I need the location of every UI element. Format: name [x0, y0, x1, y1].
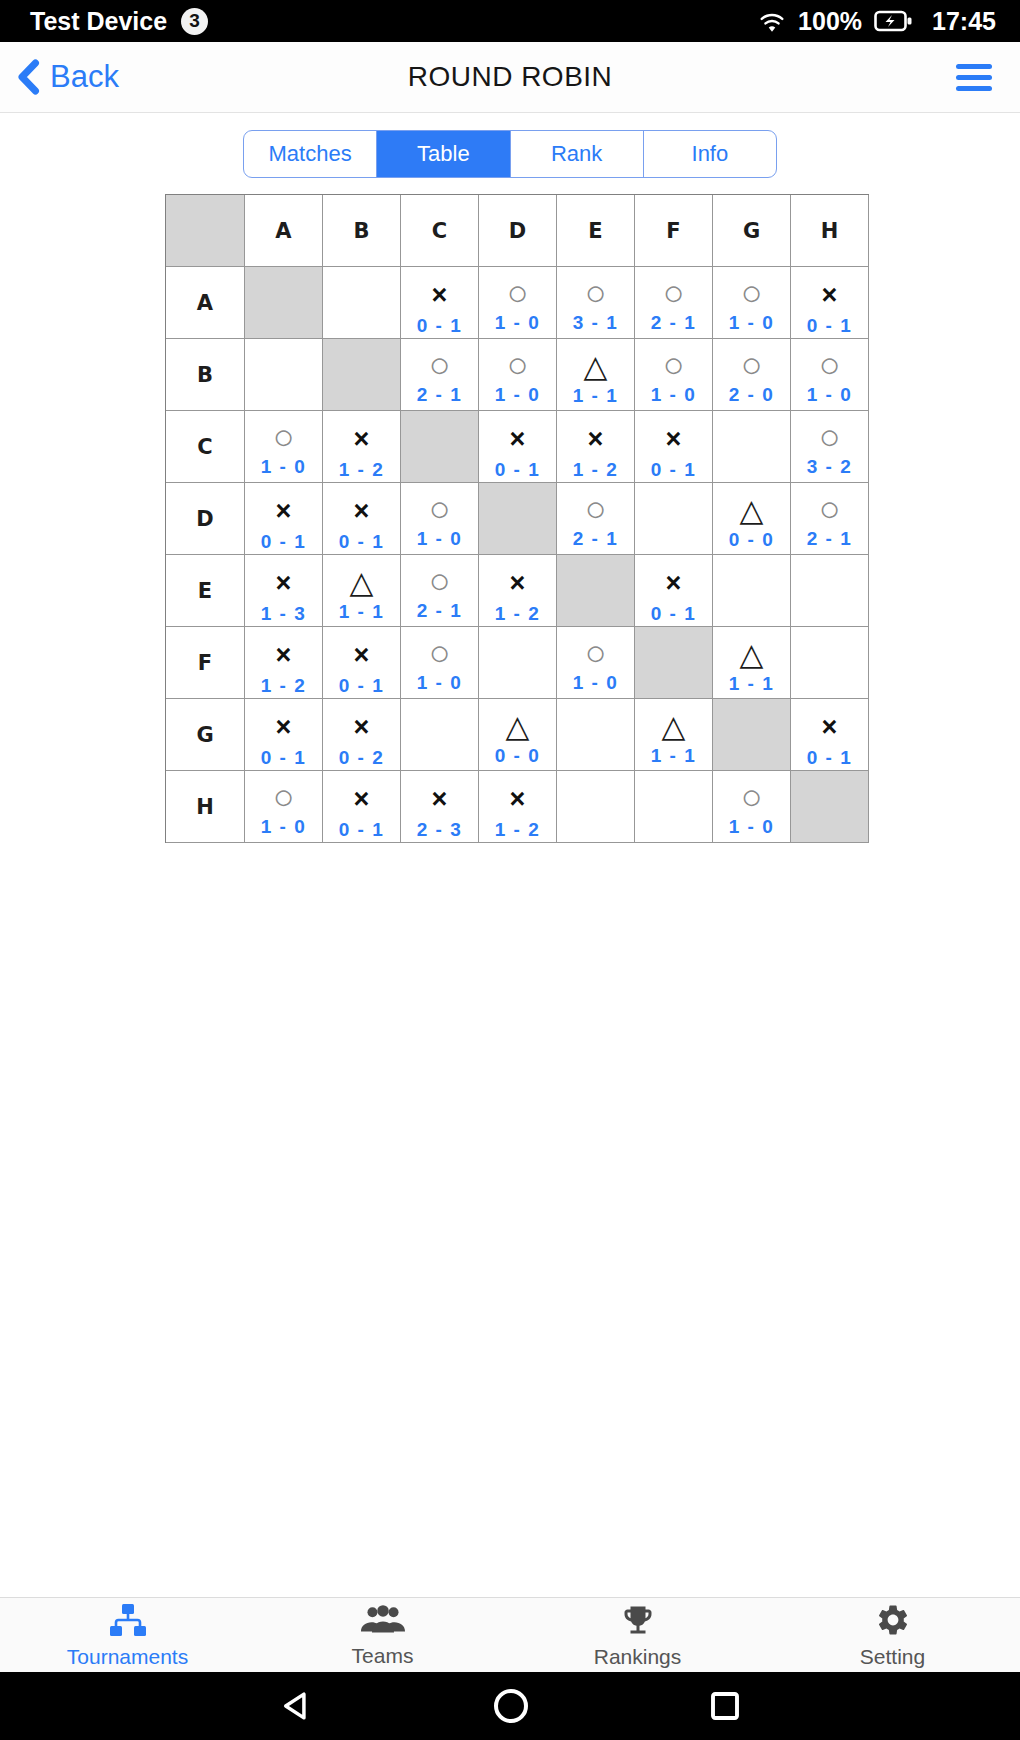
cell-F-vs-B[interactable]: ×0 - 1: [323, 627, 401, 699]
back-label: Back: [50, 59, 119, 95]
match-score: 1 - 2: [261, 675, 307, 697]
row-header-D: D: [166, 483, 245, 555]
loss-cross-symbol: ×: [588, 413, 604, 458]
tab-matches[interactable]: Matches: [244, 131, 376, 177]
win-circle-symbol: ○: [507, 343, 529, 383]
match-score: 1 - 2: [495, 603, 541, 625]
cell-H-vs-A[interactable]: ○1 - 0: [245, 771, 323, 843]
match-score: 0 - 1: [339, 675, 385, 697]
match-score: 2 - 1: [651, 312, 697, 334]
win-circle-symbol: ○: [429, 559, 451, 599]
clock: 17:45: [932, 7, 996, 36]
loss-cross-symbol: ×: [432, 269, 448, 314]
cell-H-H-self: [791, 771, 869, 843]
cell-C-vs-H[interactable]: ○3 - 2: [791, 411, 869, 483]
gear-icon: [875, 1602, 911, 1643]
cell-D-vs-H[interactable]: ○2 - 1: [791, 483, 869, 555]
bottom-nav-label: Setting: [860, 1645, 925, 1669]
win-circle-symbol: ○: [507, 271, 529, 311]
wifi-icon: [758, 8, 786, 34]
cell-G-vs-D[interactable]: △0 - 0: [479, 699, 557, 771]
match-score: 0 - 1: [339, 819, 385, 841]
cell-G-vs-B[interactable]: ×0 - 2: [323, 699, 401, 771]
match-score: 1 - 2: [495, 819, 541, 841]
app-bar: Back ROUND ROBIN: [0, 42, 1020, 113]
match-score: 1 - 2: [339, 459, 385, 481]
match-score: 2 - 1: [417, 384, 463, 406]
android-back-button[interactable]: [277, 1687, 315, 1725]
match-score: 1 - 1: [651, 745, 697, 767]
win-circle-symbol: ○: [429, 631, 451, 671]
win-circle-symbol: ○: [819, 487, 841, 527]
loss-cross-symbol: ×: [510, 413, 526, 458]
cell-G-vs-H[interactable]: ×0 - 1: [791, 699, 869, 771]
cell-E-vs-A[interactable]: ×1 - 3: [245, 555, 323, 627]
row-header-G: G: [166, 699, 245, 771]
page-title: ROUND ROBIN: [0, 61, 1020, 93]
cell-E-vs-G[interactable]: [713, 555, 791, 627]
match-score: 1 - 0: [807, 384, 853, 406]
match-score: 1 - 3: [261, 603, 307, 625]
match-score: 2 - 1: [807, 528, 853, 550]
loss-cross-symbol: ×: [354, 485, 370, 530]
win-circle-symbol: ○: [819, 343, 841, 383]
loss-cross-symbol: ×: [276, 485, 292, 530]
cell-E-vs-C[interactable]: ○2 - 1: [401, 555, 479, 627]
tab-info[interactable]: Info: [643, 131, 776, 177]
cell-F-vs-D[interactable]: [479, 627, 557, 699]
bottom-nav-teams[interactable]: Teams: [255, 1598, 510, 1672]
match-score: 1 - 1: [573, 385, 619, 407]
win-circle-symbol: ○: [819, 415, 841, 455]
match-score: 0 - 1: [417, 315, 463, 337]
status-bar: Test Device 3 100% 17:45: [0, 0, 1020, 42]
cell-E-E-self: [557, 555, 635, 627]
match-score: 0 - 1: [651, 459, 697, 481]
cell-H-vs-E[interactable]: [557, 771, 635, 843]
cell-D-vs-E[interactable]: ○2 - 1: [557, 483, 635, 555]
match-score: 2 - 1: [573, 528, 619, 550]
loss-cross-symbol: ×: [354, 413, 370, 458]
cell-F-vs-E[interactable]: ○1 - 0: [557, 627, 635, 699]
cell-G-vs-E[interactable]: [557, 699, 635, 771]
cell-H-vs-G[interactable]: ○1 - 0: [713, 771, 791, 843]
col-header-G: G: [713, 195, 791, 267]
cell-D-vs-A[interactable]: ×0 - 1: [245, 483, 323, 555]
cell-H-vs-C[interactable]: ×2 - 3: [401, 771, 479, 843]
bottom-nav-label: Teams: [352, 1644, 414, 1668]
win-circle-symbol: ○: [663, 271, 685, 311]
col-header-C: C: [401, 195, 479, 267]
win-circle-symbol: ○: [741, 775, 763, 815]
col-header-B: B: [323, 195, 401, 267]
segmented-tabs: MatchesTableRankInfo: [243, 130, 777, 178]
cell-C-vs-D[interactable]: ×0 - 1: [479, 411, 557, 483]
corner-cell: [166, 195, 245, 267]
match-score: 1 - 0: [261, 456, 307, 478]
win-circle-symbol: ○: [741, 343, 763, 383]
loss-cross-symbol: ×: [432, 773, 448, 818]
cell-D-D-self: [479, 483, 557, 555]
win-circle-symbol: ○: [663, 343, 685, 383]
loss-cross-symbol: ×: [276, 629, 292, 674]
cell-F-vs-G[interactable]: △1 - 1: [713, 627, 791, 699]
cell-B-vs-A[interactable]: [245, 339, 323, 411]
match-score: 0 - 0: [495, 745, 541, 767]
match-score: 0 - 1: [651, 603, 697, 625]
match-score: 0 - 1: [261, 531, 307, 553]
match-score: 1 - 1: [729, 673, 775, 695]
cell-D-vs-B[interactable]: ×0 - 1: [323, 483, 401, 555]
draw-triangle-symbol: △: [740, 486, 764, 528]
cell-G-vs-C[interactable]: [401, 699, 479, 771]
battery-icon: [874, 9, 912, 33]
loss-cross-symbol: ×: [510, 557, 526, 602]
cell-D-vs-G[interactable]: △0 - 0: [713, 483, 791, 555]
draw-triangle-symbol: △: [740, 630, 764, 672]
cell-A-vs-E[interactable]: ○3 - 1: [557, 267, 635, 339]
match-score: 1 - 0: [729, 816, 775, 838]
row-header-H: H: [166, 771, 245, 843]
win-circle-symbol: ○: [585, 487, 607, 527]
match-score: 0 - 1: [807, 747, 853, 769]
bottom-nav-tournaments[interactable]: Tournaments: [0, 1598, 255, 1672]
cell-A-A-self: [245, 267, 323, 339]
cell-E-vs-F[interactable]: ×0 - 1: [635, 555, 713, 627]
cell-H-vs-F[interactable]: [635, 771, 713, 843]
draw-triangle-symbol: △: [506, 702, 530, 744]
win-circle-symbol: ○: [429, 343, 451, 383]
cell-B-vs-F[interactable]: ○1 - 0: [635, 339, 713, 411]
bottom-nav: TournamentsTeamsRankingsSetting: [0, 1597, 1020, 1672]
win-circle-symbol: ○: [585, 271, 607, 311]
cell-F-vs-H[interactable]: [791, 627, 869, 699]
cell-A-vs-C[interactable]: ×0 - 1: [401, 267, 479, 339]
cell-F-F-self: [635, 627, 713, 699]
match-score: 0 - 1: [261, 747, 307, 769]
match-score: 1 - 0: [495, 312, 541, 334]
cell-H-vs-D[interactable]: ×1 - 2: [479, 771, 557, 843]
match-score: 1 - 0: [495, 384, 541, 406]
match-score: 1 - 1: [339, 601, 385, 623]
win-circle-symbol: ○: [273, 775, 295, 815]
cell-C-C-self: [401, 411, 479, 483]
loss-cross-symbol: ×: [276, 557, 292, 602]
cell-E-vs-B[interactable]: △1 - 1: [323, 555, 401, 627]
win-circle-symbol: ○: [429, 487, 451, 527]
loss-cross-symbol: ×: [666, 557, 682, 602]
win-circle-symbol: ○: [585, 631, 607, 671]
row-header-B: B: [166, 339, 245, 411]
cell-A-vs-B[interactable]: [323, 267, 401, 339]
cell-A-vs-D[interactable]: ○1 - 0: [479, 267, 557, 339]
cell-C-vs-E[interactable]: ×1 - 2: [557, 411, 635, 483]
loss-cross-symbol: ×: [354, 773, 370, 818]
cell-B-B-self: [323, 339, 401, 411]
match-score: 2 - 1: [417, 600, 463, 622]
tab-rank[interactable]: Rank: [510, 131, 643, 177]
col-header-F: F: [635, 195, 713, 267]
cell-E-vs-H[interactable]: [791, 555, 869, 627]
row-header-C: C: [166, 411, 245, 483]
col-header-E: E: [557, 195, 635, 267]
loss-cross-symbol: ×: [510, 773, 526, 818]
android-nav-bar: [0, 1672, 1020, 1740]
android-home-button[interactable]: [491, 1686, 531, 1726]
device-name: Test Device: [30, 7, 167, 36]
bottom-nav-label: Tournaments: [67, 1645, 188, 1669]
tab-table[interactable]: Table: [376, 131, 509, 177]
match-score: 3 - 1: [573, 312, 619, 334]
cell-B-vs-H[interactable]: ○1 - 0: [791, 339, 869, 411]
col-header-A: A: [245, 195, 323, 267]
people-icon: [360, 1603, 406, 1642]
back-chevron-icon: [16, 59, 40, 95]
cell-F-vs-C[interactable]: ○1 - 0: [401, 627, 479, 699]
win-circle-symbol: ○: [273, 415, 295, 455]
match-score: 1 - 0: [651, 384, 697, 406]
draw-triangle-symbol: △: [662, 702, 686, 744]
draw-triangle-symbol: △: [350, 558, 374, 600]
match-score: 1 - 0: [417, 528, 463, 550]
loss-cross-symbol: ×: [666, 413, 682, 458]
cell-D-vs-F[interactable]: [635, 483, 713, 555]
back-button[interactable]: Back: [16, 59, 119, 95]
battery-percent: 100%: [798, 7, 862, 36]
cell-C-vs-F[interactable]: ×0 - 1: [635, 411, 713, 483]
col-header-H: H: [791, 195, 869, 267]
cell-A-vs-F[interactable]: ○2 - 1: [635, 267, 713, 339]
loss-cross-symbol: ×: [276, 701, 292, 746]
cell-G-G-self: [713, 699, 791, 771]
match-score: 1 - 0: [729, 312, 775, 334]
bottom-nav-setting[interactable]: Setting: [765, 1598, 1020, 1672]
cell-B-vs-G[interactable]: ○2 - 0: [713, 339, 791, 411]
match-score: 1 - 0: [573, 672, 619, 694]
match-score: 0 - 1: [807, 315, 853, 337]
cell-A-vs-H[interactable]: ×0 - 1: [791, 267, 869, 339]
bottom-nav-rankings[interactable]: Rankings: [510, 1598, 765, 1672]
bracket-icon: [108, 1602, 148, 1643]
cell-B-vs-E[interactable]: △1 - 1: [557, 339, 635, 411]
app-screen: Test Device 3 100% 17:45: [0, 0, 1020, 1740]
match-score: 2 - 0: [729, 384, 775, 406]
win-circle-symbol: ○: [741, 271, 763, 311]
cell-H-vs-B[interactable]: ×0 - 1: [323, 771, 401, 843]
bottom-nav-label: Rankings: [594, 1645, 682, 1669]
loss-cross-symbol: ×: [354, 629, 370, 674]
cell-C-vs-G[interactable]: [713, 411, 791, 483]
loss-cross-symbol: ×: [354, 701, 370, 746]
round-robin-grid: ABCDEFGHA×0 - 1○1 - 0○3 - 1○2 - 1○1 - 0×…: [165, 194, 869, 843]
row-header-F: F: [166, 627, 245, 699]
hamburger-menu-icon[interactable]: [956, 64, 992, 91]
draw-triangle-symbol: △: [584, 342, 608, 384]
match-score: 1 - 2: [573, 459, 619, 481]
match-score: 2 - 3: [417, 819, 463, 841]
cell-C-vs-B[interactable]: ×1 - 2: [323, 411, 401, 483]
loss-cross-symbol: ×: [822, 701, 838, 746]
cell-A-vs-G[interactable]: ○1 - 0: [713, 267, 791, 339]
row-header-A: A: [166, 267, 245, 339]
match-score: 0 - 2: [339, 747, 385, 769]
match-score: 0 - 1: [339, 531, 385, 553]
match-score: 0 - 1: [495, 459, 541, 481]
cell-E-vs-D[interactable]: ×1 - 2: [479, 555, 557, 627]
android-recents-button[interactable]: [707, 1688, 743, 1724]
cell-C-vs-A[interactable]: ○1 - 0: [245, 411, 323, 483]
cell-D-vs-C[interactable]: ○1 - 0: [401, 483, 479, 555]
match-score: 1 - 0: [417, 672, 463, 694]
row-header-E: E: [166, 555, 245, 627]
cell-B-vs-C[interactable]: ○2 - 1: [401, 339, 479, 411]
col-header-D: D: [479, 195, 557, 267]
notification-badge: 3: [181, 8, 208, 35]
cell-B-vs-D[interactable]: ○1 - 0: [479, 339, 557, 411]
cell-F-vs-A[interactable]: ×1 - 2: [245, 627, 323, 699]
cell-G-vs-F[interactable]: △1 - 1: [635, 699, 713, 771]
match-score: 0 - 0: [729, 529, 775, 551]
match-score: 3 - 2: [807, 456, 853, 478]
loss-cross-symbol: ×: [822, 269, 838, 314]
match-score: 1 - 0: [261, 816, 307, 838]
cell-G-vs-A[interactable]: ×0 - 1: [245, 699, 323, 771]
trophy-icon: [620, 1602, 656, 1643]
